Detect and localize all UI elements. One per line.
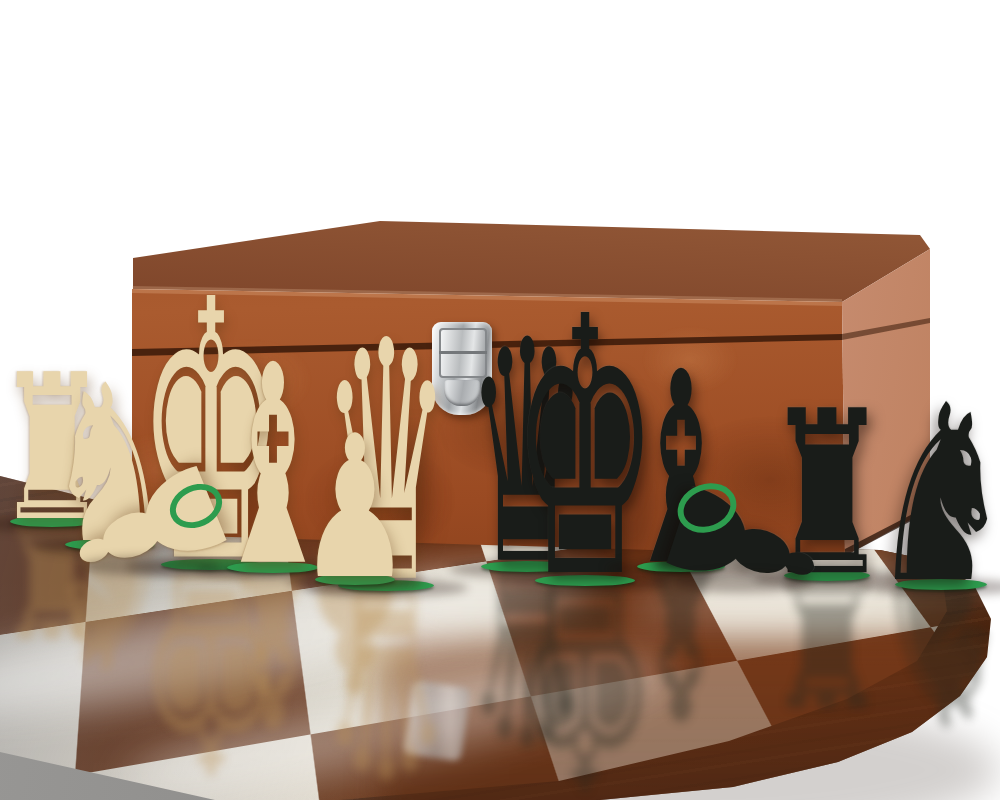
piece-shadow (80, 556, 220, 576)
chessmen: ♜♞♚♝♟♛♟♛♚♝♜♟♞ (0, 0, 1000, 800)
piece-shadow (672, 573, 812, 593)
chess-set-product-photo: ♜♞♚♝♛♟♛♚♝♜♞ ♜♞♚♝♟♛♟♛♚♝♜♟♞ (0, 0, 1000, 800)
